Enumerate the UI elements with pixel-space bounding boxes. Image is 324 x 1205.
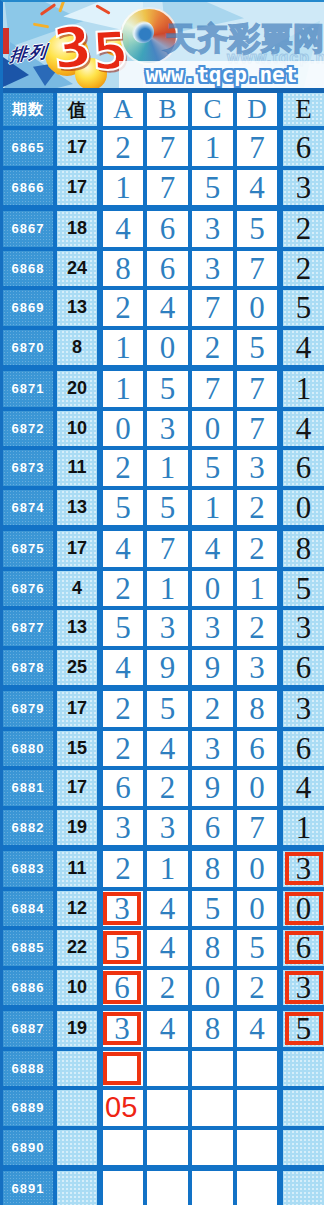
digit-cell-d: 7 [233, 810, 277, 846]
sum-cell: 12 [53, 891, 97, 927]
digit-cell-a: 6 [97, 770, 143, 806]
period-cell: 6867 [3, 211, 53, 247]
digit-cell-d: 6 [233, 731, 277, 767]
sum-cell: 10 [53, 970, 97, 1006]
table-row-6890: 6890 [3, 1126, 324, 1166]
table-row-6875: 68751747428 [3, 525, 324, 567]
highlight-box: 5 [103, 931, 141, 964]
column-header-e: E [277, 93, 324, 126]
digit-cell-d: 0 [233, 770, 277, 806]
digit-cell-a: 4 [97, 531, 143, 567]
digit-cell-c: 0 [188, 411, 233, 447]
table-row-6866: 68661717543 [3, 166, 324, 206]
period-cell: 6865 [3, 130, 53, 166]
column-header-a: A [97, 93, 143, 126]
digit-cell-e: 3 [277, 691, 324, 727]
period-cell: 6879 [3, 691, 53, 727]
digit-cell-e: 0 [277, 490, 324, 526]
site-url-link[interactable]: www.tqcp.net [146, 63, 298, 87]
digit-cell-e: 4 [277, 411, 324, 447]
sum-cell: 17 [53, 770, 97, 806]
table-row-6880: 68801524366 [3, 727, 324, 767]
digit-cell-e: 6 [277, 731, 324, 767]
digit-cell-c: 2 [188, 330, 233, 366]
digit-cell-e: 6 [277, 130, 324, 166]
table-row-6885: 68852254856 [3, 926, 324, 966]
digit-cell-e: 1 [277, 810, 324, 846]
digit-cell-c: 1 [188, 490, 233, 526]
digit-cell-b: 1 [143, 851, 188, 887]
table-row-6888: 6888 [3, 1047, 324, 1087]
sum-cell: 15 [53, 731, 97, 767]
digit-cell-b: 9 [143, 650, 188, 686]
digit-cell-e: 2 [277, 251, 324, 287]
digit-cell-e: 5 [277, 1011, 324, 1047]
digit-cell-c: 5 [188, 891, 233, 927]
column-header-d: D [233, 93, 277, 126]
digit-cell-d: 3 [233, 450, 277, 486]
column-header-b: B [143, 93, 188, 126]
sum-cell: 13 [53, 290, 97, 326]
digit-cell-e: 6 [277, 450, 324, 486]
sum-cell: 8 [53, 330, 97, 366]
trend-table: 期数 值 A B C D E 6865172717668661717543686… [3, 88, 324, 1205]
digit-cell-c: 4 [188, 531, 233, 567]
digit-cell-d: 4 [233, 170, 277, 206]
site-url-band: www.tqcp.net [119, 61, 324, 88]
sum-cell: 13 [53, 490, 97, 526]
digit-cell-d: 1 [233, 571, 277, 607]
sum-cell: 19 [53, 1011, 97, 1047]
digit-cell-e: 3 [277, 170, 324, 206]
digit-cell-a: 1 [97, 170, 143, 206]
digit-cell-e: 1 [277, 371, 324, 407]
digit-cell-a: 2 [97, 290, 143, 326]
digit-cell-d [233, 1130, 277, 1166]
digit-cell-e: 6 [277, 650, 324, 686]
trend-table-body: 6865172717668661717543686718463526868248… [3, 126, 324, 1205]
digit-cell-b: 3 [143, 810, 188, 846]
table-row-6881: 68811762904 [3, 766, 324, 806]
digit-cell-a: 5 [97, 490, 143, 526]
digit-cell-c [188, 1171, 233, 1205]
digit-cell-b: 4 [143, 731, 188, 767]
highlight-box: 6 [103, 971, 141, 1004]
sum-cell: 10 [53, 411, 97, 447]
sum-cell: 11 [53, 450, 97, 486]
digit-cell-a: 0 [97, 411, 143, 447]
digit-cell-b: 2 [143, 770, 188, 806]
digit-cell-c: 2 [188, 691, 233, 727]
digit-cell-e: 3 [277, 851, 324, 887]
logo-pailie-label: 排列 [9, 40, 50, 67]
period-cell: 6866 [3, 170, 53, 206]
digit-cell-c [188, 1130, 233, 1166]
digit-cell-c [188, 1051, 233, 1087]
prediction-note: 05 [103, 1093, 137, 1122]
highlight-box [103, 1052, 141, 1085]
sum-cell: 19 [53, 810, 97, 846]
highlight-box: 3 [285, 852, 323, 885]
table-row-6878: 68782549936 [3, 646, 324, 686]
period-cell: 6888 [3, 1051, 53, 1087]
period-cell: 6881 [3, 770, 53, 806]
digit-cell-a [97, 1130, 143, 1166]
table-row-6882: 68821933671 [3, 806, 324, 846]
digit-cell-e [277, 1171, 324, 1205]
digit-cell-d: 7 [233, 251, 277, 287]
digit-cell-c: 1 [188, 130, 233, 166]
digit-cell-b: 3 [143, 610, 188, 646]
digit-cell-e [277, 1090, 324, 1126]
table-row-6891: 6891 [3, 1165, 324, 1205]
sum-cell: 11 [53, 851, 97, 887]
sum-cell: 13 [53, 610, 97, 646]
period-cell: 6872 [3, 411, 53, 447]
digit-cell-d: 7 [233, 411, 277, 447]
period-cell: 6877 [3, 610, 53, 646]
digit-cell-d: 3 [233, 650, 277, 686]
table-row-6879: 68791725283 [3, 685, 324, 727]
digit-cell-d: 8 [233, 691, 277, 727]
digit-cell-c: 9 [188, 770, 233, 806]
digit-cell-b: 1 [143, 571, 188, 607]
digit-cell-e: 5 [277, 290, 324, 326]
digit-cell-e: 2 [277, 211, 324, 247]
sum-cell: 24 [53, 251, 97, 287]
table-header-row: 期数 值 A B C D E [3, 93, 324, 126]
digit-cell-b: 7 [143, 531, 188, 567]
digit-cell-c: 5 [188, 170, 233, 206]
digit-cell-a: 6 [97, 970, 143, 1006]
pailie5-trend-chart: 天齐彩票网 www.tqcp.net 3 5 排列 www.tqcp.net 期… [0, 0, 324, 1205]
highlight-box: 6 [285, 931, 323, 964]
digit-cell-a: 3 [97, 1011, 143, 1047]
digit-cell-a: 2 [97, 450, 143, 486]
sum-cell: 18 [53, 211, 97, 247]
digit-cell-d: 0 [233, 891, 277, 927]
period-cell: 6873 [3, 450, 53, 486]
digit-cell-c: 3 [188, 251, 233, 287]
digit-cell-b: 7 [143, 130, 188, 166]
digit-cell-d: 7 [233, 371, 277, 407]
digit-cell-a: 4 [97, 650, 143, 686]
period-cell: 6871 [3, 371, 53, 407]
digit-cell-e: 8 [277, 531, 324, 567]
digit-cell-b: 4 [143, 1011, 188, 1047]
sum-cell [53, 1171, 97, 1205]
table-row-6870: 6870810254 [3, 326, 324, 366]
highlight-box: 0 [285, 892, 323, 925]
digit-cell-d: 5 [233, 211, 277, 247]
digit-cell-b: 3 [143, 411, 188, 447]
digit-cell-a [97, 1171, 143, 1205]
digit-cell-d: 2 [233, 970, 277, 1006]
period-cell: 6886 [3, 970, 53, 1006]
digit-cell-c: 8 [188, 930, 233, 966]
digit-cell-b: 4 [143, 290, 188, 326]
digit-cell-a: 05 [97, 1090, 143, 1126]
digit-cell-a [97, 1051, 143, 1087]
digit-cell-a: 5 [97, 930, 143, 966]
digit-cell-c [188, 1090, 233, 1126]
digit-cell-a: 3 [97, 891, 143, 927]
period-cell: 6880 [3, 731, 53, 767]
digit-cell-b: 2 [143, 970, 188, 1006]
digit-cell-d: 0 [233, 290, 277, 326]
highlight-box: 3 [103, 1012, 141, 1045]
sum-cell [53, 1130, 97, 1166]
digit-cell-c: 0 [188, 571, 233, 607]
sum-cell [53, 1090, 97, 1126]
digit-cell-a: 2 [97, 130, 143, 166]
table-row-6871: 68712015771 [3, 365, 324, 407]
column-header-c: C [188, 93, 233, 126]
digit-cell-c: 3 [188, 731, 233, 767]
period-cell: 6878 [3, 650, 53, 686]
sum-cell: 17 [53, 170, 97, 206]
table-row-6884: 68841234500 [3, 887, 324, 927]
sum-cell: 17 [53, 531, 97, 567]
digit-cell-c: 9 [188, 650, 233, 686]
period-cell: 6870 [3, 330, 53, 366]
period-cell: 6890 [3, 1130, 53, 1166]
digit-cell-c: 7 [188, 371, 233, 407]
table-row-6868: 68682486372 [3, 247, 324, 287]
period-column-header: 期数 [3, 93, 53, 126]
digit-cell-a: 5 [97, 610, 143, 646]
digit-cell-b [143, 1051, 188, 1087]
sum-cell: 17 [53, 691, 97, 727]
digit-cell-d [233, 1051, 277, 1087]
digit-cell-b [143, 1090, 188, 1126]
digit-cell-a: 1 [97, 371, 143, 407]
period-cell: 6874 [3, 490, 53, 526]
table-row-6876: 6876421015 [3, 567, 324, 607]
digit-cell-e: 4 [277, 330, 324, 366]
digit-cell-c: 3 [188, 211, 233, 247]
digit-cell-e: 5 [277, 571, 324, 607]
digit-cell-b: 0 [143, 330, 188, 366]
table-row-6886: 68861062023 [3, 966, 324, 1006]
digit-cell-a: 8 [97, 251, 143, 287]
sum-cell [53, 1051, 97, 1087]
banner-shard [3, 28, 9, 54]
highlight-box: 3 [103, 892, 141, 925]
period-cell: 6883 [3, 851, 53, 887]
digit-cell-c: 5 [188, 450, 233, 486]
digit-cell-d: 2 [233, 531, 277, 567]
digit-cell-d: 4 [233, 1011, 277, 1047]
digit-cell-d: 5 [233, 930, 277, 966]
digit-cell-c: 8 [188, 1011, 233, 1047]
digit-cell-b [143, 1171, 188, 1205]
highlight-box: 3 [285, 971, 323, 1004]
highlight-box: 5 [285, 1012, 323, 1045]
table-row-6889: 688905 [3, 1086, 324, 1126]
sum-cell: 20 [53, 371, 97, 407]
sum-cell: 25 [53, 650, 97, 686]
digit-cell-c: 0 [188, 970, 233, 1006]
digit-cell-a: 2 [97, 571, 143, 607]
digit-cell-d [233, 1171, 277, 1205]
digit-cell-c: 6 [188, 810, 233, 846]
digit-cell-c: 8 [188, 851, 233, 887]
digit-cell-a: 2 [97, 851, 143, 887]
digit-cell-b: 4 [143, 891, 188, 927]
period-cell: 6882 [3, 810, 53, 846]
digit-cell-d: 5 [233, 330, 277, 366]
sum-cell: 4 [53, 571, 97, 607]
sum-cell: 17 [53, 130, 97, 166]
period-cell: 6891 [3, 1171, 53, 1205]
period-cell: 6868 [3, 251, 53, 287]
digit-cell-a: 2 [97, 731, 143, 767]
digit-cell-e [277, 1051, 324, 1087]
table-row-6874: 68741355120 [3, 486, 324, 526]
digit-cell-e: 0 [277, 891, 324, 927]
table-row-6867: 68671846352 [3, 205, 324, 247]
digit-cell-c: 3 [188, 610, 233, 646]
digit-cell-b [143, 1130, 188, 1166]
logo-digit-3: 3 [50, 18, 95, 78]
digit-cell-b: 4 [143, 930, 188, 966]
period-cell: 6869 [3, 290, 53, 326]
table-row-6877: 68771353323 [3, 606, 324, 646]
digit-cell-d: 2 [233, 490, 277, 526]
table-row-6883: 68831121803 [3, 845, 324, 887]
digit-cell-a: 4 [97, 211, 143, 247]
table-row-6873: 68731121536 [3, 446, 324, 486]
digit-cell-b: 7 [143, 170, 188, 206]
digit-cell-a: 3 [97, 810, 143, 846]
digit-cell-b: 5 [143, 371, 188, 407]
digit-cell-e: 3 [277, 610, 324, 646]
digit-cell-a: 1 [97, 330, 143, 366]
digit-cell-b: 5 [143, 490, 188, 526]
digit-cell-c: 7 [188, 290, 233, 326]
table-row-6865: 68651727176 [3, 126, 324, 166]
digit-cell-e [277, 1130, 324, 1166]
digit-cell-a: 2 [97, 691, 143, 727]
digit-cell-e: 6 [277, 930, 324, 966]
table-row-6869: 68691324705 [3, 286, 324, 326]
period-cell: 6884 [3, 891, 53, 927]
period-cell: 6875 [3, 531, 53, 567]
header-banner: 天齐彩票网 www.tqcp.net 3 5 排列 www.tqcp.net [3, 2, 324, 88]
digit-cell-b: 1 [143, 450, 188, 486]
period-cell: 6876 [3, 571, 53, 607]
digit-cell-d: 2 [233, 610, 277, 646]
digit-cell-e: 4 [277, 770, 324, 806]
sum-column-header: 值 [53, 93, 97, 126]
digit-cell-d: 7 [233, 130, 277, 166]
table-row-6872: 68721003074 [3, 407, 324, 447]
digit-cell-b: 6 [143, 251, 188, 287]
digit-cell-b: 5 [143, 691, 188, 727]
period-cell: 6889 [3, 1090, 53, 1126]
period-cell: 6885 [3, 930, 53, 966]
table-row-6887: 68871934845 [3, 1005, 324, 1047]
digit-cell-b: 6 [143, 211, 188, 247]
digit-cell-e: 3 [277, 970, 324, 1006]
sum-cell: 22 [53, 930, 97, 966]
period-cell: 6887 [3, 1011, 53, 1047]
digit-cell-d: 0 [233, 851, 277, 887]
digit-cell-d [233, 1090, 277, 1126]
